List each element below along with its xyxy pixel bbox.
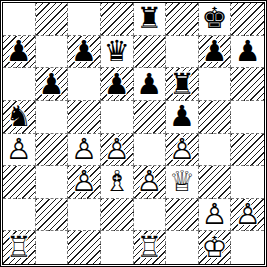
square-e3[interactable]: ♟♙ xyxy=(134,166,167,199)
piece-black-pawn[interactable]: ♟♟ xyxy=(231,36,264,68)
square-a6[interactable] xyxy=(3,68,36,101)
square-f5[interactable]: ♟♟ xyxy=(166,101,199,134)
square-h7[interactable]: ♟♟ xyxy=(231,36,264,69)
square-g2[interactable]: ♟♙ xyxy=(199,199,232,232)
square-b4[interactable] xyxy=(36,134,69,167)
chess-board: ♜♜♚♚♟♟♟♟♛♛♟♟♟♟♟♟♟♟♟♟♜♜♞♞♟♟♟♙♟♙♟♙♟♙♟♙♝♗♟♙… xyxy=(0,0,267,267)
square-a7[interactable]: ♟♟ xyxy=(3,36,36,69)
square-a5[interactable]: ♞♞ xyxy=(3,101,36,134)
white-pawn-icon: ♙ xyxy=(235,200,261,229)
square-e1[interactable]: ♜♖ xyxy=(134,231,167,264)
white-rook-icon: ♖ xyxy=(136,233,162,262)
white-pawn-icon: ♙ xyxy=(136,167,162,196)
square-b2[interactable] xyxy=(36,199,69,232)
square-b3[interactable] xyxy=(36,166,69,199)
square-c3[interactable]: ♟♙ xyxy=(68,166,101,199)
square-d7[interactable]: ♛♛ xyxy=(101,36,134,69)
square-a2[interactable] xyxy=(3,199,36,232)
piece-white-pawn[interactable]: ♟♙ xyxy=(231,199,264,231)
white-pawn-icon: ♙ xyxy=(202,200,228,229)
square-g1[interactable]: ♚♔ xyxy=(199,231,232,264)
white-bishop-icon: ♗ xyxy=(104,167,130,196)
square-f8[interactable] xyxy=(166,3,199,36)
black-pawn-icon: ♟ xyxy=(136,70,162,99)
piece-black-pawn[interactable]: ♟♟ xyxy=(134,68,166,100)
square-d5[interactable] xyxy=(101,101,134,134)
square-f7[interactable] xyxy=(166,36,199,69)
black-rook-icon: ♜ xyxy=(136,4,162,33)
square-b6[interactable]: ♟♟ xyxy=(36,68,69,101)
piece-black-pawn[interactable]: ♟♟ xyxy=(68,36,100,68)
piece-black-pawn[interactable]: ♟♟ xyxy=(101,68,133,100)
piece-white-pawn[interactable]: ♟♙ xyxy=(199,199,231,231)
white-pawn-icon: ♙ xyxy=(104,135,130,164)
square-h5[interactable] xyxy=(231,101,264,134)
white-pawn-icon: ♙ xyxy=(169,135,195,164)
square-h1[interactable] xyxy=(231,231,264,264)
square-d3[interactable]: ♝♗ xyxy=(101,166,134,199)
square-f3[interactable]: ♛♕ xyxy=(166,166,199,199)
square-g6[interactable] xyxy=(199,68,232,101)
square-b8[interactable] xyxy=(36,3,69,36)
square-g4[interactable] xyxy=(199,134,232,167)
piece-white-pawn[interactable]: ♟♙ xyxy=(101,134,133,166)
white-rook-icon: ♖ xyxy=(6,233,32,262)
piece-white-pawn[interactable]: ♟♙ xyxy=(68,134,100,166)
piece-white-pawn[interactable]: ♟♙ xyxy=(68,166,100,198)
square-f4[interactable]: ♟♙ xyxy=(166,134,199,167)
square-e4[interactable] xyxy=(134,134,167,167)
piece-black-pawn[interactable]: ♟♟ xyxy=(166,101,198,133)
square-a3[interactable] xyxy=(3,166,36,199)
square-h3[interactable] xyxy=(231,166,264,199)
square-d4[interactable]: ♟♙ xyxy=(101,134,134,167)
piece-white-pawn[interactable]: ♟♙ xyxy=(166,134,198,166)
square-b1[interactable] xyxy=(36,231,69,264)
square-c2[interactable] xyxy=(68,199,101,232)
piece-white-king[interactable]: ♚♔ xyxy=(199,231,231,264)
square-d2[interactable] xyxy=(101,199,134,232)
square-e5[interactable] xyxy=(134,101,167,134)
square-c5[interactable] xyxy=(68,101,101,134)
square-d8[interactable] xyxy=(101,3,134,36)
white-queen-icon: ♕ xyxy=(169,167,195,196)
square-e8[interactable]: ♜♜ xyxy=(134,3,167,36)
black-queen-icon: ♛ xyxy=(104,37,130,66)
square-g7[interactable]: ♟♟ xyxy=(199,36,232,69)
square-c4[interactable]: ♟♙ xyxy=(68,134,101,167)
square-h4[interactable] xyxy=(231,134,264,167)
square-f1[interactable] xyxy=(166,231,199,264)
square-c6[interactable] xyxy=(68,68,101,101)
square-e7[interactable] xyxy=(134,36,167,69)
square-h2[interactable]: ♟♙ xyxy=(231,199,264,232)
piece-black-pawn[interactable]: ♟♟ xyxy=(36,68,68,100)
white-pawn-icon: ♙ xyxy=(6,135,32,164)
white-pawn-icon: ♙ xyxy=(71,135,97,164)
square-g3[interactable] xyxy=(199,166,232,199)
chess-diagram: ♜♜♚♚♟♟♟♟♛♛♟♟♟♟♟♟♟♟♟♟♜♜♞♞♟♟♟♙♟♙♟♙♟♙♟♙♝♗♟♙… xyxy=(0,0,267,267)
piece-black-king[interactable]: ♚♚ xyxy=(199,3,231,35)
square-g8[interactable]: ♚♚ xyxy=(199,3,232,36)
black-pawn-icon: ♟ xyxy=(6,37,32,66)
square-a8[interactable] xyxy=(3,3,36,36)
piece-black-pawn[interactable]: ♟♟ xyxy=(199,36,231,68)
square-c8[interactable] xyxy=(68,3,101,36)
square-f2[interactable] xyxy=(166,199,199,232)
black-pawn-icon: ♟ xyxy=(38,70,64,99)
piece-black-rook[interactable]: ♜♜ xyxy=(134,3,166,35)
black-rook-icon: ♜ xyxy=(169,70,195,99)
square-h8[interactable] xyxy=(231,3,264,36)
square-h6[interactable] xyxy=(231,68,264,101)
square-c1[interactable] xyxy=(68,231,101,264)
black-pawn-icon: ♟ xyxy=(235,37,261,66)
piece-white-rook[interactable]: ♜♖ xyxy=(3,231,35,264)
square-c7[interactable]: ♟♟ xyxy=(68,36,101,69)
black-king-icon: ♚ xyxy=(202,4,228,33)
piece-white-rook[interactable]: ♜♖ xyxy=(134,231,166,264)
black-pawn-icon: ♟ xyxy=(71,37,97,66)
square-a4[interactable]: ♟♙ xyxy=(3,134,36,167)
piece-white-bishop[interactable]: ♝♗ xyxy=(101,166,133,198)
black-knight-icon: ♞ xyxy=(6,102,32,131)
piece-white-pawn[interactable]: ♟♙ xyxy=(134,166,166,198)
square-d1[interactable] xyxy=(101,231,134,264)
black-pawn-icon: ♟ xyxy=(169,102,195,131)
piece-black-knight[interactable]: ♞♞ xyxy=(3,101,35,133)
piece-white-queen[interactable]: ♛♕ xyxy=(166,166,198,198)
piece-black-queen[interactable]: ♛♛ xyxy=(101,36,133,68)
square-b7[interactable] xyxy=(36,36,69,69)
square-a1[interactable]: ♜♖ xyxy=(3,231,36,264)
square-f6[interactable]: ♜♜ xyxy=(166,68,199,101)
piece-white-pawn[interactable]: ♟♙ xyxy=(3,134,35,166)
black-pawn-icon: ♟ xyxy=(104,70,130,99)
square-e6[interactable]: ♟♟ xyxy=(134,68,167,101)
piece-black-rook[interactable]: ♜♜ xyxy=(166,68,198,100)
piece-black-pawn[interactable]: ♟♟ xyxy=(3,36,35,68)
square-e2[interactable] xyxy=(134,199,167,232)
white-king-icon: ♔ xyxy=(202,233,228,262)
white-pawn-icon: ♙ xyxy=(71,167,97,196)
square-d6[interactable]: ♟♟ xyxy=(101,68,134,101)
black-pawn-icon: ♟ xyxy=(202,37,228,66)
square-b5[interactable] xyxy=(36,101,69,134)
square-g5[interactable] xyxy=(199,101,232,134)
